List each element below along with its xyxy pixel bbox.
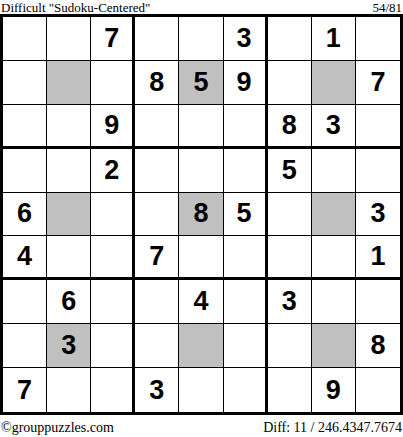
cell-r1c2[interactable] — [47, 17, 91, 61]
cell-r8c2[interactable]: 3 — [47, 324, 91, 368]
cell-r8c6[interactable] — [224, 324, 268, 368]
cell-r1c7[interactable] — [268, 17, 312, 61]
cell-r1c6[interactable]: 3 — [224, 17, 268, 61]
cell-r7c7[interactable]: 3 — [268, 280, 312, 324]
cell-r3c8[interactable]: 3 — [312, 105, 356, 149]
cell-r1c3[interactable]: 7 — [91, 17, 135, 61]
sudoku-page: Difficult "Sudoku-Centered" 54/81 731859… — [0, 0, 403, 437]
cell-r9c2[interactable] — [47, 368, 91, 412]
cell-r1c5[interactable] — [179, 17, 223, 61]
cell-r2c6[interactable]: 9 — [224, 61, 268, 105]
cell-r5c4[interactable] — [135, 193, 179, 237]
cell-r9c9[interactable] — [356, 368, 400, 412]
cell-r4c4[interactable] — [135, 149, 179, 193]
cell-r7c9[interactable] — [356, 280, 400, 324]
cell-r2c5[interactable]: 5 — [179, 61, 223, 105]
cell-r2c2[interactable] — [47, 61, 91, 105]
cell-r9c6[interactable] — [224, 368, 268, 412]
cell-r1c8[interactable]: 1 — [312, 17, 356, 61]
cell-r2c1[interactable] — [3, 61, 47, 105]
cell-r7c4[interactable] — [135, 280, 179, 324]
cell-r6c9[interactable]: 1 — [356, 236, 400, 280]
cell-r6c7[interactable] — [268, 236, 312, 280]
cell-r9c5[interactable] — [179, 368, 223, 412]
cell-r8c8[interactable] — [312, 324, 356, 368]
cell-r2c3[interactable] — [91, 61, 135, 105]
cell-r7c2[interactable]: 6 — [47, 280, 91, 324]
cell-r2c8[interactable] — [312, 61, 356, 105]
cell-r4c5[interactable] — [179, 149, 223, 193]
cell-r3c2[interactable] — [47, 105, 91, 149]
cell-r9c1[interactable]: 7 — [3, 368, 47, 412]
cell-r7c8[interactable] — [312, 280, 356, 324]
cell-r5c6[interactable]: 5 — [224, 193, 268, 237]
cell-r9c8[interactable]: 9 — [312, 368, 356, 412]
cell-r9c3[interactable] — [91, 368, 135, 412]
difficulty-rating: Diff: 11 / 246.4347.7674 — [263, 420, 402, 436]
cell-r7c1[interactable] — [3, 280, 47, 324]
cell-r8c1[interactable] — [3, 324, 47, 368]
cell-r4c3[interactable]: 2 — [91, 149, 135, 193]
cell-r2c7[interactable] — [268, 61, 312, 105]
cell-r7c6[interactable] — [224, 280, 268, 324]
cell-r3c5[interactable] — [179, 105, 223, 149]
header: Difficult "Sudoku-Centered" 54/81 — [0, 0, 403, 14]
cell-r8c3[interactable] — [91, 324, 135, 368]
cell-r5c1[interactable]: 6 — [3, 193, 47, 237]
cell-r5c7[interactable] — [268, 193, 312, 237]
cell-r6c5[interactable] — [179, 236, 223, 280]
cell-r1c4[interactable] — [135, 17, 179, 61]
cell-r4c7[interactable]: 5 — [268, 149, 312, 193]
cell-r4c9[interactable] — [356, 149, 400, 193]
cell-r1c1[interactable] — [3, 17, 47, 61]
cell-r2c4[interactable]: 8 — [135, 61, 179, 105]
sudoku-board: 731859798325685347164338739 — [0, 14, 403, 415]
cell-r7c3[interactable] — [91, 280, 135, 324]
cell-r5c3[interactable] — [91, 193, 135, 237]
cell-r3c4[interactable] — [135, 105, 179, 149]
cell-r2c9[interactable]: 7 — [356, 61, 400, 105]
cell-r6c1[interactable]: 4 — [3, 236, 47, 280]
puzzle-title: Difficult "Sudoku-Centered" — [1, 1, 150, 14]
cell-r5c2[interactable] — [47, 193, 91, 237]
cell-r4c8[interactable] — [312, 149, 356, 193]
footer: ©grouppuzzles.com Diff: 11 / 246.4347.76… — [0, 415, 403, 437]
cell-r8c5[interactable] — [179, 324, 223, 368]
cell-r7c5[interactable]: 4 — [179, 280, 223, 324]
cell-r4c2[interactable] — [47, 149, 91, 193]
copyright: ©grouppuzzles.com — [1, 420, 114, 436]
cell-r4c6[interactable] — [224, 149, 268, 193]
cell-r1c9[interactable] — [356, 17, 400, 61]
cell-r9c4[interactable]: 3 — [135, 368, 179, 412]
cell-r8c4[interactable] — [135, 324, 179, 368]
cell-r3c9[interactable] — [356, 105, 400, 149]
cell-r6c2[interactable] — [47, 236, 91, 280]
cell-r3c1[interactable] — [3, 105, 47, 149]
cell-r3c6[interactable] — [224, 105, 268, 149]
cell-r9c7[interactable] — [268, 368, 312, 412]
cell-r6c4[interactable]: 7 — [135, 236, 179, 280]
cell-r4c1[interactable] — [3, 149, 47, 193]
cell-r6c6[interactable] — [224, 236, 268, 280]
cell-r3c3[interactable]: 9 — [91, 105, 135, 149]
cell-r6c8[interactable] — [312, 236, 356, 280]
cell-r8c9[interactable]: 8 — [356, 324, 400, 368]
cell-r5c5[interactable]: 8 — [179, 193, 223, 237]
cell-r3c7[interactable]: 8 — [268, 105, 312, 149]
cell-r6c3[interactable] — [91, 236, 135, 280]
blank-count: 54/81 — [372, 1, 402, 14]
cell-r5c9[interactable]: 3 — [356, 193, 400, 237]
cell-r8c7[interactable] — [268, 324, 312, 368]
cell-r5c8[interactable] — [312, 193, 356, 237]
